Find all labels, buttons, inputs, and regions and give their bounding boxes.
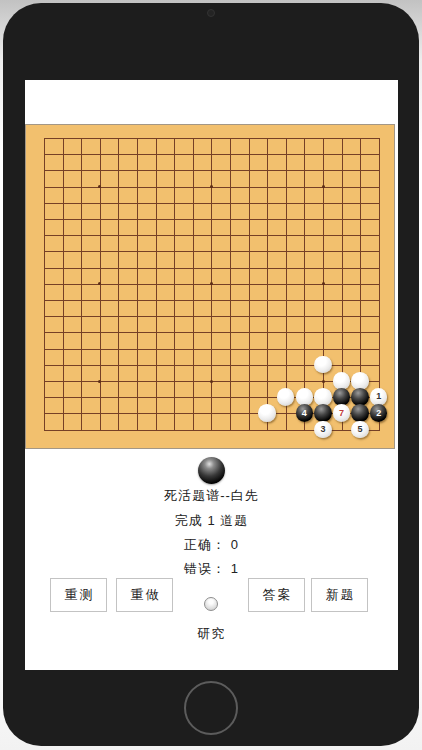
- wrong-count: 错误： 1: [25, 560, 398, 578]
- black-stone: [351, 404, 369, 422]
- stones-layer: 147235: [35, 130, 388, 438]
- camera-icon: [207, 9, 215, 17]
- correct-count: 正确： 0: [25, 536, 398, 554]
- white-stone: [351, 372, 369, 390]
- white-stone: 7: [333, 404, 351, 422]
- answer-button[interactable]: 答案: [248, 578, 305, 612]
- white-stone: [296, 388, 314, 406]
- research-label: 研究: [25, 625, 398, 643]
- white-stone: [314, 388, 332, 406]
- home-button[interactable]: [184, 681, 238, 735]
- move-number-label: 2: [370, 404, 388, 422]
- black-stone: 2: [370, 404, 388, 422]
- white-stone: 1: [370, 388, 388, 406]
- progress-text: 完成 1 道题: [25, 512, 398, 530]
- screen: 147235 死活题谱--白先 完成 1 道题 正确： 0 错误： 1 重测 重…: [25, 80, 398, 670]
- white-stone: [277, 388, 295, 406]
- move-number-label: 5: [351, 421, 369, 439]
- research-radio[interactable]: [204, 597, 218, 611]
- retest-button[interactable]: 重测: [50, 578, 107, 612]
- black-stone: [351, 388, 369, 406]
- black-stone: [333, 388, 351, 406]
- move-number-label: 7: [333, 404, 351, 422]
- next-move-stone-icon: [198, 457, 225, 484]
- white-stone: 3: [314, 421, 332, 439]
- go-board[interactable]: 147235: [25, 124, 395, 449]
- new-problem-button[interactable]: 新题: [311, 578, 368, 612]
- white-stone: 5: [351, 421, 369, 439]
- white-stone: [258, 404, 276, 422]
- backdrop: { "game": "go", "board": { "size": 19, "…: [0, 0, 422, 750]
- move-number-label: 3: [314, 421, 332, 439]
- white-stone: [314, 356, 332, 374]
- phone-frame: 147235 死活题谱--白先 完成 1 道题 正确： 0 错误： 1 重测 重…: [3, 3, 419, 746]
- problem-title: 死活题谱--白先: [25, 487, 398, 505]
- black-stone: 4: [296, 404, 314, 422]
- move-number-label: 1: [370, 388, 388, 406]
- move-number-label: 4: [296, 404, 314, 422]
- black-stone: [314, 404, 332, 422]
- redo-button[interactable]: 重做: [116, 578, 173, 612]
- white-stone: [333, 372, 351, 390]
